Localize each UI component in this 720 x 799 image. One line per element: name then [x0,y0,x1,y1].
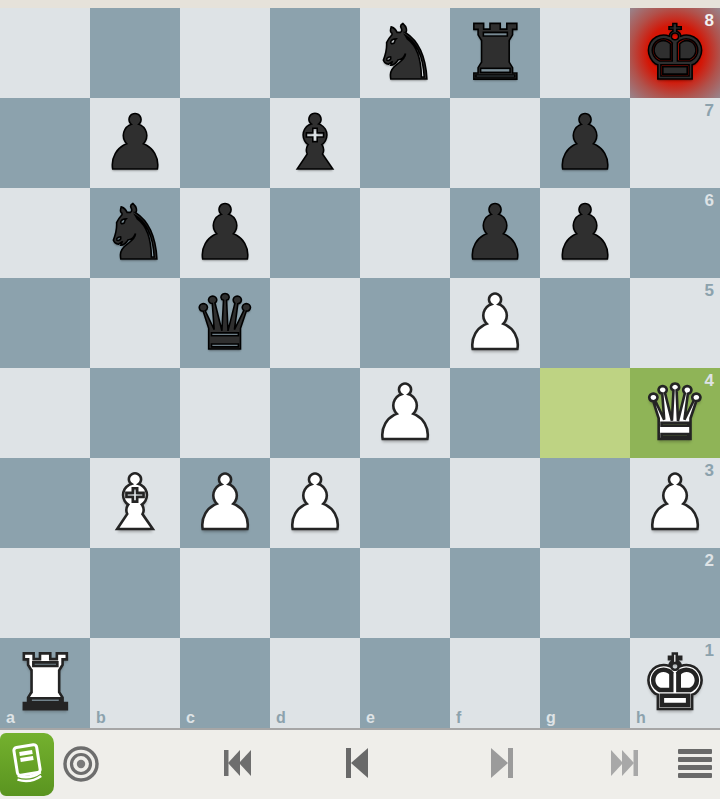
square-f2[interactable] [450,548,540,638]
square-b2[interactable] [90,548,180,638]
square-h6[interactable]: 6 [630,188,720,278]
square-a7[interactable] [0,98,90,188]
square-d4[interactable] [270,368,360,458]
black-king-h8: ♚ [630,8,720,98]
black-pawn-f6: ♟ [450,188,540,278]
black-knight-e8: ♞ [360,8,450,98]
square-a6[interactable] [0,188,90,278]
white-pawn-e4: ♟ [360,368,450,458]
chess-app: ♞♜♚8♟♝♟7♞♟♟♟6♛♟5♟♛4♝♟♟♟32♜abcdefg♚1h [0,0,720,799]
white-pawn-f5: ♟ [450,278,540,368]
square-e3[interactable] [360,458,450,548]
square-b1[interactable]: b [90,638,180,728]
square-g3[interactable] [540,458,630,548]
square-f1[interactable]: f [450,638,540,728]
previous-move-icon [341,746,373,783]
previous-move-button[interactable] [334,741,380,787]
rank-label-5: 5 [705,281,714,301]
hamburger-menu-icon [676,747,714,782]
go-to-start-button[interactable] [214,741,260,787]
square-f7[interactable] [450,98,540,188]
rank-label-1: 1 [705,641,714,661]
book-icon [7,740,47,789]
file-label-c: c [186,709,195,727]
black-knight-b6: ♞ [90,188,180,278]
square-d5[interactable] [270,278,360,368]
square-e1[interactable]: e [360,638,450,728]
square-f3[interactable] [450,458,540,548]
square-c7[interactable] [180,98,270,188]
square-e7[interactable] [360,98,450,188]
square-a8[interactable] [0,8,90,98]
next-move-icon [486,746,518,783]
square-c5[interactable]: ♛ [180,278,270,368]
rank-label-8: 8 [705,11,714,31]
file-label-d: d [276,709,286,727]
record-target-button[interactable] [58,742,104,788]
black-pawn-b7: ♟ [90,98,180,188]
square-h5[interactable]: 5 [630,278,720,368]
square-c3[interactable]: ♟ [180,458,270,548]
square-c2[interactable] [180,548,270,638]
square-h3[interactable]: ♟3 [630,458,720,548]
go-to-end-button[interactable] [602,741,648,787]
skip-to-start-icon [221,747,253,782]
toolbar [0,728,720,799]
square-g1[interactable]: g [540,638,630,728]
rank-label-6: 6 [705,191,714,211]
black-bishop-d7: ♝ [270,98,360,188]
square-b5[interactable] [90,278,180,368]
square-e5[interactable] [360,278,450,368]
file-label-b: b [96,709,106,727]
square-d3[interactable]: ♟ [270,458,360,548]
square-a5[interactable] [0,278,90,368]
square-c6[interactable]: ♟ [180,188,270,278]
square-d7[interactable]: ♝ [270,98,360,188]
square-h2[interactable]: 2 [630,548,720,638]
square-f6[interactable]: ♟ [450,188,540,278]
square-e8[interactable]: ♞ [360,8,450,98]
white-pawn-h3: ♟ [630,458,720,548]
top-strip [0,0,720,8]
square-h4[interactable]: ♛4 [630,368,720,458]
square-e2[interactable] [360,548,450,638]
square-a1[interactable]: ♜a [0,638,90,728]
file-label-f: f [456,709,461,727]
skip-to-end-icon [609,747,641,782]
square-d1[interactable]: d [270,638,360,728]
square-g2[interactable] [540,548,630,638]
chess-board: ♞♜♚8♟♝♟7♞♟♟♟6♛♟5♟♛4♝♟♟♟32♜abcdefg♚1h [0,8,720,728]
file-label-e: e [366,709,375,727]
square-c4[interactable] [180,368,270,458]
file-label-a: a [6,709,15,727]
menu-button[interactable] [672,741,718,787]
square-f8[interactable]: ♜ [450,8,540,98]
opening-book-button[interactable] [0,733,54,796]
square-h8[interactable]: ♚8 [630,8,720,98]
file-label-h: h [636,709,646,727]
square-e4[interactable]: ♟ [360,368,450,458]
square-h1[interactable]: ♚1h [630,638,720,728]
next-move-button[interactable] [479,741,525,787]
square-d6[interactable] [270,188,360,278]
square-b7[interactable]: ♟ [90,98,180,188]
black-pawn-g7: ♟ [540,98,630,188]
black-pawn-c6: ♟ [180,188,270,278]
white-queen-h4: ♛ [630,368,720,458]
rank-label-2: 2 [705,551,714,571]
black-queen-c5: ♛ [180,278,270,368]
square-c1[interactable]: c [180,638,270,728]
file-label-g: g [546,709,556,727]
square-a4[interactable] [0,368,90,458]
white-pawn-c3: ♟ [180,458,270,548]
white-bishop-b3: ♝ [90,458,180,548]
square-g6[interactable]: ♟ [540,188,630,278]
square-a2[interactable] [0,548,90,638]
square-b6[interactable]: ♞ [90,188,180,278]
black-rook-f8: ♜ [450,8,540,98]
square-a3[interactable] [0,458,90,548]
square-g7[interactable]: ♟ [540,98,630,188]
square-d8[interactable] [270,8,360,98]
square-f5[interactable]: ♟ [450,278,540,368]
square-g4[interactable] [540,368,630,458]
rank-label-3: 3 [705,461,714,481]
square-e6[interactable] [360,188,450,278]
square-g5[interactable] [540,278,630,368]
white-rook-a1: ♜ [0,638,90,728]
rank-label-7: 7 [705,101,714,121]
square-f4[interactable] [450,368,540,458]
square-b4[interactable] [90,368,180,458]
white-pawn-d3: ♟ [270,458,360,548]
black-pawn-g6: ♟ [540,188,630,278]
square-g8[interactable] [540,8,630,98]
square-h7[interactable]: 7 [630,98,720,188]
white-king-h1: ♚ [630,638,720,728]
square-c8[interactable] [180,8,270,98]
square-b3[interactable]: ♝ [90,458,180,548]
rank-label-4: 4 [705,371,714,391]
target-icon [61,744,101,787]
square-b8[interactable] [90,8,180,98]
square-d2[interactable] [270,548,360,638]
